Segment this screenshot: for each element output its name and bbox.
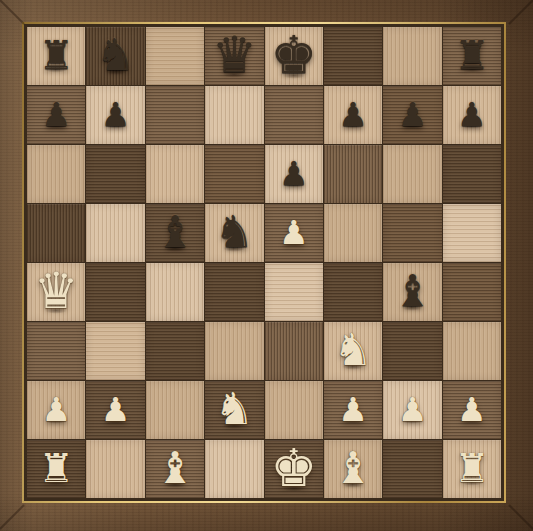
square-c5[interactable]: ♝	[146, 204, 204, 262]
frame-miter-seam	[508, 0, 533, 25]
square-h7[interactable]: ♟	[443, 86, 501, 144]
gold-inlay-trim: ♜♞♛♚♜♟♟♟♟♟♟♝♞♟♛♝♞♟♟♞♟♟♟♜♝♚♝♜	[22, 22, 506, 503]
piece-black-knight[interactable]: ♞	[96, 33, 135, 77]
piece-white-bishop[interactable]: ♝	[333, 446, 372, 490]
square-e1[interactable]: ♚	[265, 440, 323, 498]
piece-black-king[interactable]: ♚	[270, 29, 317, 81]
piece-black-knight[interactable]: ♞	[215, 210, 254, 254]
square-f7[interactable]: ♟	[324, 86, 382, 144]
square-g3[interactable]	[383, 322, 441, 380]
piece-black-pawn[interactable]: ♟	[101, 98, 131, 131]
square-c3[interactable]	[146, 322, 204, 380]
square-h1[interactable]: ♜	[443, 440, 501, 498]
square-f8[interactable]	[324, 27, 382, 85]
square-a4[interactable]: ♛	[27, 263, 85, 321]
square-c1[interactable]: ♝	[146, 440, 204, 498]
piece-black-rook[interactable]: ♜	[38, 35, 74, 75]
square-e4[interactable]	[265, 263, 323, 321]
square-g4[interactable]: ♝	[383, 263, 441, 321]
square-d5[interactable]: ♞	[205, 204, 263, 262]
square-f1[interactable]: ♝	[324, 440, 382, 498]
square-c8[interactable]	[146, 27, 204, 85]
square-h8[interactable]: ♜	[443, 27, 501, 85]
piece-white-bishop[interactable]: ♝	[155, 446, 194, 490]
piece-black-bishop[interactable]: ♝	[393, 269, 432, 313]
square-f2[interactable]: ♟	[324, 381, 382, 439]
square-g7[interactable]: ♟	[383, 86, 441, 144]
piece-white-pawn[interactable]: ♟	[279, 216, 309, 249]
piece-white-knight[interactable]: ♞	[215, 387, 254, 431]
piece-black-pawn[interactable]: ♟	[338, 98, 368, 131]
piece-white-knight[interactable]: ♞	[333, 328, 372, 372]
square-e6[interactable]: ♟	[265, 145, 323, 203]
square-d7[interactable]	[205, 86, 263, 144]
square-h3[interactable]	[443, 322, 501, 380]
square-a8[interactable]: ♜	[27, 27, 85, 85]
frame-miter-seam	[0, 504, 25, 529]
square-f4[interactable]	[324, 263, 382, 321]
square-f3[interactable]: ♞	[324, 322, 382, 380]
square-h2[interactable]: ♟	[443, 381, 501, 439]
square-a6[interactable]	[27, 145, 85, 203]
square-a7[interactable]: ♟	[27, 86, 85, 144]
square-e3[interactable]	[265, 322, 323, 380]
square-d3[interactable]	[205, 322, 263, 380]
square-b8[interactable]: ♞	[86, 27, 144, 85]
square-b2[interactable]: ♟	[86, 381, 144, 439]
square-a2[interactable]: ♟	[27, 381, 85, 439]
square-b3[interactable]	[86, 322, 144, 380]
piece-black-pawn[interactable]: ♟	[398, 98, 428, 131]
square-g5[interactable]	[383, 204, 441, 262]
piece-black-pawn[interactable]: ♟	[279, 157, 309, 190]
frame-miter-seam	[508, 504, 533, 529]
piece-white-pawn[interactable]: ♟	[457, 393, 487, 426]
square-c7[interactable]	[146, 86, 204, 144]
square-e5[interactable]: ♟	[265, 204, 323, 262]
piece-white-rook[interactable]: ♜	[454, 448, 490, 488]
piece-white-rook[interactable]: ♜	[38, 448, 74, 488]
square-g6[interactable]	[383, 145, 441, 203]
square-e7[interactable]	[265, 86, 323, 144]
square-d4[interactable]	[205, 263, 263, 321]
square-b6[interactable]	[86, 145, 144, 203]
piece-black-pawn[interactable]: ♟	[41, 98, 71, 131]
square-b7[interactable]: ♟	[86, 86, 144, 144]
square-c2[interactable]	[146, 381, 204, 439]
piece-white-pawn[interactable]: ♟	[338, 393, 368, 426]
piece-white-pawn[interactable]: ♟	[41, 393, 71, 426]
square-e8[interactable]: ♚	[265, 27, 323, 85]
piece-black-rook[interactable]: ♜	[454, 35, 490, 75]
square-h6[interactable]	[443, 145, 501, 203]
square-g2[interactable]: ♟	[383, 381, 441, 439]
square-h4[interactable]	[443, 263, 501, 321]
square-h5[interactable]	[443, 204, 501, 262]
square-g1[interactable]	[383, 440, 441, 498]
piece-black-queen[interactable]: ♛	[212, 30, 257, 80]
piece-white-pawn[interactable]: ♟	[101, 393, 131, 426]
square-c6[interactable]	[146, 145, 204, 203]
piece-black-pawn[interactable]: ♟	[457, 98, 487, 131]
square-b1[interactable]	[86, 440, 144, 498]
chess-board: ♜♞♛♚♜♟♟♟♟♟♟♝♞♟♛♝♞♟♟♞♟♟♟♜♝♚♝♜	[27, 27, 501, 498]
square-a3[interactable]	[27, 322, 85, 380]
square-e2[interactable]	[265, 381, 323, 439]
square-b4[interactable]	[86, 263, 144, 321]
piece-white-king[interactable]: ♚	[270, 442, 317, 494]
square-a5[interactable]	[27, 204, 85, 262]
piece-white-pawn[interactable]: ♟	[398, 393, 428, 426]
piece-white-queen[interactable]: ♛	[34, 266, 79, 316]
square-d1[interactable]	[205, 440, 263, 498]
wooden-chessboard: ♜♞♛♚♜♟♟♟♟♟♟♝♞♟♛♝♞♟♟♞♟♟♟♜♝♚♝♜	[0, 0, 533, 531]
square-d2[interactable]: ♞	[205, 381, 263, 439]
square-f5[interactable]	[324, 204, 382, 262]
square-a1[interactable]: ♜	[27, 440, 85, 498]
square-d6[interactable]	[205, 145, 263, 203]
square-f6[interactable]	[324, 145, 382, 203]
square-c4[interactable]	[146, 263, 204, 321]
piece-black-bishop[interactable]: ♝	[155, 210, 194, 254]
square-d8[interactable]: ♛	[205, 27, 263, 85]
square-g8[interactable]	[383, 27, 441, 85]
square-b5[interactable]	[86, 204, 144, 262]
